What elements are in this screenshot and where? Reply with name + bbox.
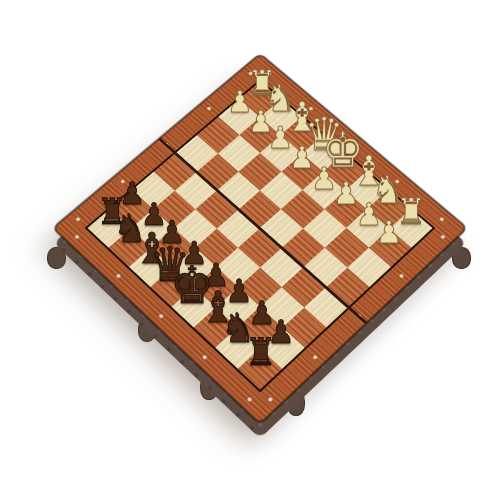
magnet-dot bbox=[399, 273, 405, 278]
magnet-dot bbox=[202, 354, 208, 359]
magnet-dot bbox=[247, 397, 253, 403]
magnet-dot bbox=[158, 313, 164, 318]
magnet-dot bbox=[308, 106, 313, 111]
magnet-dot bbox=[267, 71, 272, 76]
magnet-dot bbox=[312, 354, 318, 359]
chess-board bbox=[54, 54, 467, 423]
magnet-dot bbox=[75, 217, 81, 222]
magnet-dot bbox=[267, 397, 273, 403]
board-squares bbox=[85, 79, 436, 392]
magnet-dot bbox=[206, 106, 211, 111]
magnet-dot bbox=[120, 179, 126, 184]
magnet-dot bbox=[351, 142, 357, 147]
magnet-dot bbox=[439, 217, 445, 222]
magnet-dot bbox=[74, 234, 80, 239]
magnet-dot bbox=[394, 179, 400, 184]
magnet-dot bbox=[116, 273, 122, 278]
magnet-dot bbox=[248, 71, 253, 76]
magnet-dot bbox=[440, 234, 446, 239]
product-photo-scene: ♜♞♝♛♚♝♞♜♟♟♟♟♟♟♟♟♟♟♟♟♟♟♟♟♜♞♝♛♚♝♞♜ bbox=[0, 0, 500, 500]
